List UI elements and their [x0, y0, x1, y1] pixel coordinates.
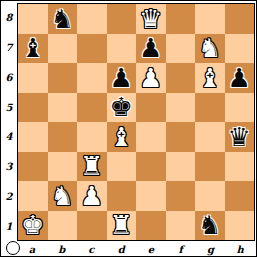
square-e8[interactable]: ♛ — [136, 4, 166, 34]
rank-label-4: 4 — [1, 122, 17, 152]
square-e2[interactable] — [136, 181, 166, 211]
file-labels: abcdefgh — [17, 241, 255, 257]
square-f7[interactable] — [166, 34, 196, 64]
square-a6[interactable] — [18, 63, 48, 93]
square-d7[interactable] — [107, 34, 137, 64]
square-b4[interactable] — [48, 122, 78, 152]
rank-label-8: 8 — [1, 3, 17, 33]
square-b6[interactable] — [48, 63, 78, 93]
square-c6[interactable] — [77, 63, 107, 93]
chess-diagram: 87654321 ♞♛♝♟♞♟♟♝♟♚♝♛♜♞♟♚♜♞ abcdefgh — [0, 0, 257, 257]
square-f2[interactable] — [166, 181, 196, 211]
square-h8[interactable] — [225, 4, 255, 34]
square-g5[interactable] — [195, 93, 225, 123]
square-a3[interactable] — [18, 152, 48, 182]
square-e6[interactable]: ♟ — [136, 63, 166, 93]
white-knight[interactable]: ♞ — [198, 35, 221, 61]
square-b2[interactable]: ♞ — [48, 181, 78, 211]
square-c4[interactable] — [77, 122, 107, 152]
file-label-e: e — [136, 241, 166, 257]
white-pawn[interactable]: ♟ — [139, 65, 162, 91]
square-h2[interactable] — [225, 181, 255, 211]
white-bishop[interactable]: ♝ — [110, 124, 133, 150]
file-label-c: c — [77, 241, 107, 257]
square-f3[interactable] — [166, 152, 196, 182]
square-g7[interactable]: ♞ — [195, 34, 225, 64]
square-f8[interactable] — [166, 4, 196, 34]
square-d3[interactable] — [107, 152, 137, 182]
white-king[interactable]: ♚ — [21, 212, 44, 238]
square-f4[interactable] — [166, 122, 196, 152]
square-c8[interactable] — [77, 4, 107, 34]
square-e4[interactable] — [136, 122, 166, 152]
white-rook[interactable]: ♜ — [110, 212, 133, 238]
rank-labels: 87654321 — [1, 3, 17, 241]
square-f5[interactable] — [166, 93, 196, 123]
square-d6[interactable]: ♟ — [107, 63, 137, 93]
rank-label-5: 5 — [1, 92, 17, 122]
white-pawn[interactable]: ♟ — [80, 183, 103, 209]
square-a2[interactable] — [18, 181, 48, 211]
square-h7[interactable] — [225, 34, 255, 64]
file-label-g: g — [196, 241, 226, 257]
file-label-f: f — [166, 241, 196, 257]
rank-label-1: 1 — [1, 211, 17, 241]
black-knight[interactable]: ♞ — [198, 212, 221, 238]
square-e7[interactable]: ♟ — [136, 34, 166, 64]
square-c7[interactable] — [77, 34, 107, 64]
chess-board: ♞♛♝♟♞♟♟♝♟♚♝♛♜♞♟♚♜♞ — [17, 3, 255, 241]
square-d2[interactable] — [107, 181, 137, 211]
square-h6[interactable]: ♟ — [225, 63, 255, 93]
file-label-a: a — [17, 241, 47, 257]
square-g4[interactable] — [195, 122, 225, 152]
square-c2[interactable]: ♟ — [77, 181, 107, 211]
file-label-b: b — [47, 241, 77, 257]
square-b8[interactable]: ♞ — [48, 4, 78, 34]
square-g8[interactable] — [195, 4, 225, 34]
square-d1[interactable]: ♜ — [107, 211, 137, 241]
square-d5[interactable]: ♚ — [107, 93, 137, 123]
square-a4[interactable] — [18, 122, 48, 152]
square-b7[interactable] — [48, 34, 78, 64]
black-knight[interactable]: ♞ — [51, 6, 74, 32]
square-h4[interactable]: ♛ — [225, 122, 255, 152]
black-bishop[interactable]: ♝ — [21, 35, 44, 61]
square-c3[interactable]: ♜ — [77, 152, 107, 182]
rank-label-2: 2 — [1, 182, 17, 212]
square-g6[interactable]: ♝ — [195, 63, 225, 93]
black-pawn[interactable]: ♟ — [139, 35, 162, 61]
black-pawn[interactable]: ♟ — [228, 65, 251, 91]
square-a1[interactable]: ♚ — [18, 211, 48, 241]
white-to-move-indicator-icon — [6, 241, 20, 255]
square-a5[interactable] — [18, 93, 48, 123]
square-a7[interactable]: ♝ — [18, 34, 48, 64]
square-e1[interactable] — [136, 211, 166, 241]
black-king[interactable]: ♚ — [110, 94, 133, 120]
white-rook[interactable]: ♜ — [80, 153, 103, 179]
square-f1[interactable] — [166, 211, 196, 241]
white-queen[interactable]: ♛ — [139, 6, 162, 32]
square-b5[interactable] — [48, 93, 78, 123]
rank-label-3: 3 — [1, 152, 17, 182]
rank-label-6: 6 — [1, 63, 17, 93]
square-e5[interactable] — [136, 93, 166, 123]
black-pawn[interactable]: ♟ — [110, 65, 133, 91]
white-knight[interactable]: ♞ — [51, 183, 74, 209]
file-label-h: h — [225, 241, 255, 257]
square-h5[interactable] — [225, 93, 255, 123]
file-label-d: d — [106, 241, 136, 257]
square-g3[interactable] — [195, 152, 225, 182]
white-bishop[interactable]: ♝ — [198, 65, 221, 91]
square-d4[interactable]: ♝ — [107, 122, 137, 152]
square-f6[interactable] — [166, 63, 196, 93]
square-c1[interactable] — [77, 211, 107, 241]
rank-label-7: 7 — [1, 33, 17, 63]
square-e3[interactable] — [136, 152, 166, 182]
black-queen[interactable]: ♛ — [228, 124, 251, 150]
square-h1[interactable] — [225, 211, 255, 241]
square-g2[interactable] — [195, 181, 225, 211]
square-c5[interactable] — [77, 93, 107, 123]
square-g1[interactable]: ♞ — [195, 211, 225, 241]
square-b1[interactable] — [48, 211, 78, 241]
square-a8[interactable] — [18, 4, 48, 34]
square-h3[interactable] — [225, 152, 255, 182]
square-d8[interactable] — [107, 4, 137, 34]
square-b3[interactable] — [48, 152, 78, 182]
